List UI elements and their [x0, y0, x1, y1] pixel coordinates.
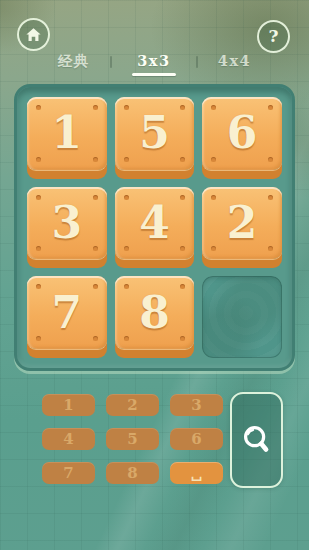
reference-cell-6: 6 — [170, 428, 223, 450]
tile-4[interactable]: 4 — [115, 187, 195, 260]
reference-cell-7: 7 — [42, 462, 95, 484]
tab-3x3[interactable]: 3x3 — [125, 52, 183, 76]
rivet-dot — [180, 246, 185, 251]
rivet-dot — [268, 195, 273, 200]
tab-4x4-label: 4x4 — [218, 52, 251, 70]
rivet-dot — [180, 105, 185, 110]
reference-cell-1: 1 — [42, 394, 95, 416]
tile-5[interactable]: 5 — [115, 97, 195, 170]
empty-cell — [202, 276, 282, 358]
rivet-dot — [93, 105, 98, 110]
question-mark-icon: ? — [269, 28, 279, 45]
tab-4x4[interactable]: 4x4 — [211, 52, 258, 70]
tab-3x3-label: 3x3 — [137, 52, 170, 70]
tab-classic[interactable]: 经典 — [51, 52, 97, 70]
puzzle-app: ? 经典 3x3 4x4 15634278 12345678␣ — [0, 0, 309, 550]
reference-grid: 12345678␣ — [42, 394, 223, 484]
tile-number: 8 — [139, 291, 170, 335]
tile-7[interactable]: 7 — [27, 276, 107, 349]
puzzle-board: 15634278 — [14, 84, 295, 371]
rivet-dot — [180, 195, 185, 200]
tab-divider — [196, 56, 198, 68]
rivet-dot — [93, 157, 98, 162]
rivet-dot — [180, 284, 185, 289]
tab-classic-label: 经典 — [58, 52, 90, 70]
tile-3[interactable]: 3 — [27, 187, 107, 260]
tile-number: 1 — [52, 111, 83, 155]
magnifier-icon — [238, 421, 276, 459]
mode-tabs: 经典 3x3 4x4 — [0, 52, 309, 76]
rivet-dot — [36, 336, 41, 341]
tab-divider — [110, 56, 112, 68]
tile-8[interactable]: 8 — [115, 276, 195, 349]
tile-1[interactable]: 1 — [27, 97, 107, 170]
tile-number: 7 — [52, 291, 83, 335]
rivet-dot — [124, 336, 129, 341]
rivet-dot — [211, 157, 216, 162]
rivet-dot — [93, 246, 98, 251]
rivet-dot — [268, 246, 273, 251]
rivet-dot — [93, 195, 98, 200]
rivet-dot — [211, 246, 216, 251]
rivet-dot — [124, 246, 129, 251]
rivet-dot — [36, 105, 41, 110]
home-button[interactable] — [17, 18, 50, 51]
peek-solution-button[interactable] — [230, 392, 283, 488]
tile-6[interactable]: 6 — [202, 97, 282, 170]
reference-cell-3: 3 — [170, 394, 223, 416]
rivet-dot — [124, 195, 129, 200]
reference-cell-2: 2 — [106, 394, 159, 416]
rivet-dot — [36, 246, 41, 251]
rivet-dot — [180, 157, 185, 162]
tile-number: 6 — [227, 111, 258, 155]
tile-number: 4 — [139, 201, 170, 245]
rivet-dot — [36, 284, 41, 289]
home-icon — [25, 26, 42, 43]
reference-cell-5: 5 — [106, 428, 159, 450]
rivet-dot — [268, 105, 273, 110]
rivet-dot — [93, 336, 98, 341]
rivet-dot — [93, 284, 98, 289]
reference-cell-8: 8 — [106, 462, 159, 484]
reference-cell-4: 4 — [42, 428, 95, 450]
reference-blank-cell: ␣ — [170, 462, 223, 484]
rivet-dot — [124, 157, 129, 162]
board-grid: 15634278 — [17, 87, 292, 368]
rivet-dot — [180, 336, 185, 341]
active-tab-underline — [132, 73, 176, 76]
rivet-dot — [211, 195, 216, 200]
help-button[interactable]: ? — [257, 20, 290, 53]
tile-number: 5 — [139, 111, 170, 155]
tile-number: 2 — [227, 201, 258, 245]
rivet-dot — [268, 157, 273, 162]
tile-2[interactable]: 2 — [202, 187, 282, 260]
rivet-dot — [124, 284, 129, 289]
rivet-dot — [36, 157, 41, 162]
tile-number: 3 — [52, 201, 83, 245]
rivet-dot — [124, 105, 129, 110]
rivet-dot — [36, 195, 41, 200]
rivet-dot — [211, 105, 216, 110]
